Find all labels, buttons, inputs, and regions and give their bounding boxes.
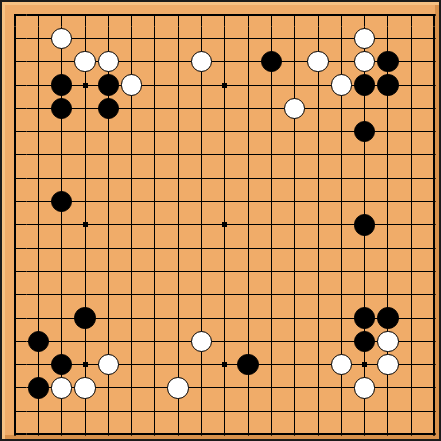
intersection-s19[interactable] — [400, 4, 423, 27]
intersection-r15[interactable] — [376, 97, 399, 120]
intersection-a1[interactable] — [4, 423, 27, 441]
intersection-t10[interactable] — [423, 213, 441, 236]
intersection-a12[interactable] — [4, 167, 27, 190]
intersection-o12[interactable] — [306, 167, 329, 190]
intersection-t2[interactable] — [423, 400, 441, 423]
intersection-o15[interactable] — [306, 97, 329, 120]
intersection-l7[interactable] — [236, 283, 259, 306]
intersection-a13[interactable] — [4, 143, 27, 166]
intersection-p2[interactable] — [330, 400, 353, 423]
intersection-j1[interactable] — [190, 423, 213, 441]
intersection-a3[interactable] — [4, 376, 27, 399]
intersection-r2[interactable] — [376, 400, 399, 423]
intersection-r7[interactable] — [376, 283, 399, 306]
intersection-t4[interactable] — [423, 353, 441, 376]
intersection-f2[interactable] — [120, 400, 143, 423]
intersection-b2[interactable] — [27, 400, 50, 423]
intersection-d9[interactable] — [73, 236, 96, 259]
intersection-r3[interactable] — [376, 376, 399, 399]
intersection-m5[interactable] — [260, 330, 283, 353]
intersection-o17[interactable] — [306, 50, 329, 73]
intersection-q12[interactable] — [353, 167, 376, 190]
intersection-e10[interactable] — [97, 213, 120, 236]
intersection-e17[interactable] — [97, 50, 120, 73]
intersection-s11[interactable] — [400, 190, 423, 213]
intersection-k10[interactable] — [213, 213, 236, 236]
intersection-f10[interactable] — [120, 213, 143, 236]
intersection-o1[interactable] — [306, 423, 329, 441]
intersection-o10[interactable] — [306, 213, 329, 236]
intersection-k17[interactable] — [213, 50, 236, 73]
intersection-t12[interactable] — [423, 167, 441, 190]
intersection-a4[interactable] — [4, 353, 27, 376]
intersection-k5[interactable] — [213, 330, 236, 353]
intersection-g10[interactable] — [143, 213, 166, 236]
intersection-d14[interactable] — [73, 120, 96, 143]
intersection-f13[interactable] — [120, 143, 143, 166]
intersection-j2[interactable] — [190, 400, 213, 423]
intersection-a18[interactable] — [4, 27, 27, 50]
intersection-c8[interactable] — [50, 260, 73, 283]
intersection-s8[interactable] — [400, 260, 423, 283]
intersection-c19[interactable] — [50, 4, 73, 27]
intersection-s16[interactable] — [400, 73, 423, 96]
intersection-h15[interactable] — [167, 97, 190, 120]
intersection-g19[interactable] — [143, 4, 166, 27]
intersection-k6[interactable] — [213, 306, 236, 329]
intersection-t16[interactable] — [423, 73, 441, 96]
intersection-k3[interactable] — [213, 376, 236, 399]
intersection-p16[interactable] — [330, 73, 353, 96]
intersection-c6[interactable] — [50, 306, 73, 329]
intersection-b5[interactable] — [27, 330, 50, 353]
intersection-l11[interactable] — [236, 190, 259, 213]
intersection-j10[interactable] — [190, 213, 213, 236]
intersection-a17[interactable] — [4, 50, 27, 73]
intersection-o16[interactable] — [306, 73, 329, 96]
intersection-k2[interactable] — [213, 400, 236, 423]
intersection-h5[interactable] — [167, 330, 190, 353]
intersection-q17[interactable] — [353, 50, 376, 73]
intersection-b7[interactable] — [27, 283, 50, 306]
intersection-m13[interactable] — [260, 143, 283, 166]
intersection-l9[interactable] — [236, 236, 259, 259]
intersection-e8[interactable] — [97, 260, 120, 283]
intersection-q3[interactable] — [353, 376, 376, 399]
intersection-h1[interactable] — [167, 423, 190, 441]
intersection-e15[interactable] — [97, 97, 120, 120]
intersection-p9[interactable] — [330, 236, 353, 259]
intersection-p17[interactable] — [330, 50, 353, 73]
intersection-k8[interactable] — [213, 260, 236, 283]
intersection-a16[interactable] — [4, 73, 27, 96]
intersection-p13[interactable] — [330, 143, 353, 166]
intersection-b12[interactable] — [27, 167, 50, 190]
intersection-k13[interactable] — [213, 143, 236, 166]
intersection-d7[interactable] — [73, 283, 96, 306]
intersection-m2[interactable] — [260, 400, 283, 423]
intersection-e5[interactable] — [97, 330, 120, 353]
intersection-a10[interactable] — [4, 213, 27, 236]
intersection-d3[interactable] — [73, 376, 96, 399]
intersection-a8[interactable] — [4, 260, 27, 283]
intersection-d13[interactable] — [73, 143, 96, 166]
intersection-e2[interactable] — [97, 400, 120, 423]
intersection-k15[interactable] — [213, 97, 236, 120]
intersection-c10[interactable] — [50, 213, 73, 236]
intersection-b15[interactable] — [27, 97, 50, 120]
intersection-d4[interactable] — [73, 353, 96, 376]
intersection-g16[interactable] — [143, 73, 166, 96]
intersection-s9[interactable] — [400, 236, 423, 259]
intersection-q19[interactable] — [353, 4, 376, 27]
intersection-n11[interactable] — [283, 190, 306, 213]
intersection-l16[interactable] — [236, 73, 259, 96]
intersection-r19[interactable] — [376, 4, 399, 27]
intersection-k12[interactable] — [213, 167, 236, 190]
intersection-j11[interactable] — [190, 190, 213, 213]
intersection-t17[interactable] — [423, 50, 441, 73]
intersection-o3[interactable] — [306, 376, 329, 399]
intersection-q13[interactable] — [353, 143, 376, 166]
intersection-t3[interactable] — [423, 376, 441, 399]
intersection-h18[interactable] — [167, 27, 190, 50]
intersection-p19[interactable] — [330, 4, 353, 27]
intersection-f19[interactable] — [120, 4, 143, 27]
intersection-r8[interactable] — [376, 260, 399, 283]
intersection-b1[interactable] — [27, 423, 50, 441]
intersection-g13[interactable] — [143, 143, 166, 166]
intersection-c4[interactable] — [50, 353, 73, 376]
intersection-f11[interactable] — [120, 190, 143, 213]
intersection-j8[interactable] — [190, 260, 213, 283]
intersection-c13[interactable] — [50, 143, 73, 166]
intersection-k9[interactable] — [213, 236, 236, 259]
intersection-s15[interactable] — [400, 97, 423, 120]
intersection-m8[interactable] — [260, 260, 283, 283]
intersection-m4[interactable] — [260, 353, 283, 376]
intersection-b3[interactable] — [27, 376, 50, 399]
intersection-f18[interactable] — [120, 27, 143, 50]
intersection-m1[interactable] — [260, 423, 283, 441]
intersection-d12[interactable] — [73, 167, 96, 190]
intersection-f8[interactable] — [120, 260, 143, 283]
intersection-r16[interactable] — [376, 73, 399, 96]
intersection-g9[interactable] — [143, 236, 166, 259]
intersection-b10[interactable] — [27, 213, 50, 236]
intersection-n8[interactable] — [283, 260, 306, 283]
intersection-s10[interactable] — [400, 213, 423, 236]
intersection-q11[interactable] — [353, 190, 376, 213]
intersection-n1[interactable] — [283, 423, 306, 441]
intersection-b13[interactable] — [27, 143, 50, 166]
intersection-l5[interactable] — [236, 330, 259, 353]
intersection-k7[interactable] — [213, 283, 236, 306]
intersection-e16[interactable] — [97, 73, 120, 96]
intersection-n15[interactable] — [283, 97, 306, 120]
intersection-j3[interactable] — [190, 376, 213, 399]
intersection-e1[interactable] — [97, 423, 120, 441]
intersection-k1[interactable] — [213, 423, 236, 441]
intersection-r9[interactable] — [376, 236, 399, 259]
intersection-n14[interactable] — [283, 120, 306, 143]
intersection-c2[interactable] — [50, 400, 73, 423]
intersection-d19[interactable] — [73, 4, 96, 27]
intersection-p10[interactable] — [330, 213, 353, 236]
intersection-t13[interactable] — [423, 143, 441, 166]
intersection-f5[interactable] — [120, 330, 143, 353]
intersection-q8[interactable] — [353, 260, 376, 283]
intersection-l18[interactable] — [236, 27, 259, 50]
intersection-s6[interactable] — [400, 306, 423, 329]
intersection-p3[interactable] — [330, 376, 353, 399]
intersection-n6[interactable] — [283, 306, 306, 329]
intersection-t15[interactable] — [423, 97, 441, 120]
intersection-a5[interactable] — [4, 330, 27, 353]
intersection-c18[interactable] — [50, 27, 73, 50]
intersection-n3[interactable] — [283, 376, 306, 399]
intersection-d17[interactable] — [73, 50, 96, 73]
intersection-n18[interactable] — [283, 27, 306, 50]
intersection-n12[interactable] — [283, 167, 306, 190]
intersection-r12[interactable] — [376, 167, 399, 190]
intersection-m12[interactable] — [260, 167, 283, 190]
intersection-s2[interactable] — [400, 400, 423, 423]
intersection-j9[interactable] — [190, 236, 213, 259]
intersection-l12[interactable] — [236, 167, 259, 190]
intersection-p4[interactable] — [330, 353, 353, 376]
intersection-t11[interactable] — [423, 190, 441, 213]
intersection-h14[interactable] — [167, 120, 190, 143]
intersection-q14[interactable] — [353, 120, 376, 143]
intersection-c16[interactable] — [50, 73, 73, 96]
intersection-p5[interactable] — [330, 330, 353, 353]
intersection-o6[interactable] — [306, 306, 329, 329]
intersection-j4[interactable] — [190, 353, 213, 376]
intersection-h13[interactable] — [167, 143, 190, 166]
intersection-m7[interactable] — [260, 283, 283, 306]
intersection-s13[interactable] — [400, 143, 423, 166]
intersection-a14[interactable] — [4, 120, 27, 143]
intersection-q9[interactable] — [353, 236, 376, 259]
intersection-g1[interactable] — [143, 423, 166, 441]
intersection-k18[interactable] — [213, 27, 236, 50]
intersection-b19[interactable] — [27, 4, 50, 27]
intersection-q15[interactable] — [353, 97, 376, 120]
intersection-l19[interactable] — [236, 4, 259, 27]
intersection-l6[interactable] — [236, 306, 259, 329]
intersection-m10[interactable] — [260, 213, 283, 236]
intersection-q1[interactable] — [353, 423, 376, 441]
intersection-r18[interactable] — [376, 27, 399, 50]
intersection-o9[interactable] — [306, 236, 329, 259]
intersection-j15[interactable] — [190, 97, 213, 120]
intersection-p18[interactable] — [330, 27, 353, 50]
intersection-g18[interactable] — [143, 27, 166, 50]
intersection-r4[interactable] — [376, 353, 399, 376]
intersection-d2[interactable] — [73, 400, 96, 423]
intersection-g8[interactable] — [143, 260, 166, 283]
intersection-n7[interactable] — [283, 283, 306, 306]
intersection-e3[interactable] — [97, 376, 120, 399]
intersection-q7[interactable] — [353, 283, 376, 306]
intersection-c9[interactable] — [50, 236, 73, 259]
intersection-t5[interactable] — [423, 330, 441, 353]
intersection-t6[interactable] — [423, 306, 441, 329]
intersection-t18[interactable] — [423, 27, 441, 50]
intersection-m11[interactable] — [260, 190, 283, 213]
intersection-g3[interactable] — [143, 376, 166, 399]
intersection-r17[interactable] — [376, 50, 399, 73]
intersection-m19[interactable] — [260, 4, 283, 27]
intersection-a7[interactable] — [4, 283, 27, 306]
intersection-d11[interactable] — [73, 190, 96, 213]
intersection-n9[interactable] — [283, 236, 306, 259]
intersection-f12[interactable] — [120, 167, 143, 190]
intersection-e18[interactable] — [97, 27, 120, 50]
intersection-m15[interactable] — [260, 97, 283, 120]
intersection-b16[interactable] — [27, 73, 50, 96]
intersection-d16[interactable] — [73, 73, 96, 96]
intersection-t1[interactable] — [423, 423, 441, 441]
intersection-h8[interactable] — [167, 260, 190, 283]
intersection-c15[interactable] — [50, 97, 73, 120]
intersection-o19[interactable] — [306, 4, 329, 27]
intersection-r10[interactable] — [376, 213, 399, 236]
intersection-j18[interactable] — [190, 27, 213, 50]
intersection-p11[interactable] — [330, 190, 353, 213]
intersection-e6[interactable] — [97, 306, 120, 329]
intersection-g11[interactable] — [143, 190, 166, 213]
intersection-h11[interactable] — [167, 190, 190, 213]
intersection-o13[interactable] — [306, 143, 329, 166]
intersection-b9[interactable] — [27, 236, 50, 259]
intersection-q4[interactable] — [353, 353, 376, 376]
intersection-h3[interactable] — [167, 376, 190, 399]
intersection-t7[interactable] — [423, 283, 441, 306]
intersection-n5[interactable] — [283, 330, 306, 353]
intersection-q10[interactable] — [353, 213, 376, 236]
intersection-t14[interactable] — [423, 120, 441, 143]
intersection-m18[interactable] — [260, 27, 283, 50]
intersection-f15[interactable] — [120, 97, 143, 120]
intersection-o14[interactable] — [306, 120, 329, 143]
intersection-m6[interactable] — [260, 306, 283, 329]
intersection-m14[interactable] — [260, 120, 283, 143]
intersection-j16[interactable] — [190, 73, 213, 96]
intersection-a9[interactable] — [4, 236, 27, 259]
intersection-f4[interactable] — [120, 353, 143, 376]
intersection-f14[interactable] — [120, 120, 143, 143]
intersection-b14[interactable] — [27, 120, 50, 143]
intersection-m17[interactable] — [260, 50, 283, 73]
intersection-n17[interactable] — [283, 50, 306, 73]
intersection-f7[interactable] — [120, 283, 143, 306]
intersection-l8[interactable] — [236, 260, 259, 283]
intersection-k4[interactable] — [213, 353, 236, 376]
intersection-m9[interactable] — [260, 236, 283, 259]
intersection-r6[interactable] — [376, 306, 399, 329]
intersection-j5[interactable] — [190, 330, 213, 353]
intersection-b8[interactable] — [27, 260, 50, 283]
intersection-g4[interactable] — [143, 353, 166, 376]
intersection-o18[interactable] — [306, 27, 329, 50]
intersection-f17[interactable] — [120, 50, 143, 73]
intersection-b4[interactable] — [27, 353, 50, 376]
intersection-n13[interactable] — [283, 143, 306, 166]
intersection-c3[interactable] — [50, 376, 73, 399]
intersection-s14[interactable] — [400, 120, 423, 143]
intersection-o2[interactable] — [306, 400, 329, 423]
intersection-h17[interactable] — [167, 50, 190, 73]
intersection-g7[interactable] — [143, 283, 166, 306]
intersection-h6[interactable] — [167, 306, 190, 329]
intersection-p14[interactable] — [330, 120, 353, 143]
intersection-j12[interactable] — [190, 167, 213, 190]
intersection-j14[interactable] — [190, 120, 213, 143]
intersection-c11[interactable] — [50, 190, 73, 213]
intersection-f9[interactable] — [120, 236, 143, 259]
intersection-s7[interactable] — [400, 283, 423, 306]
intersection-l17[interactable] — [236, 50, 259, 73]
intersection-k16[interactable] — [213, 73, 236, 96]
intersection-l13[interactable] — [236, 143, 259, 166]
intersection-t8[interactable] — [423, 260, 441, 283]
intersection-b17[interactable] — [27, 50, 50, 73]
intersection-q18[interactable] — [353, 27, 376, 50]
intersection-d8[interactable] — [73, 260, 96, 283]
intersection-j6[interactable] — [190, 306, 213, 329]
intersection-l14[interactable] — [236, 120, 259, 143]
intersection-r11[interactable] — [376, 190, 399, 213]
intersection-f1[interactable] — [120, 423, 143, 441]
intersection-s12[interactable] — [400, 167, 423, 190]
intersection-e13[interactable] — [97, 143, 120, 166]
intersection-e19[interactable] — [97, 4, 120, 27]
intersection-l3[interactable] — [236, 376, 259, 399]
intersection-g17[interactable] — [143, 50, 166, 73]
intersection-r1[interactable] — [376, 423, 399, 441]
intersection-o5[interactable] — [306, 330, 329, 353]
intersection-n19[interactable] — [283, 4, 306, 27]
intersection-h7[interactable] — [167, 283, 190, 306]
intersection-j13[interactable] — [190, 143, 213, 166]
intersection-l15[interactable] — [236, 97, 259, 120]
intersection-j19[interactable] — [190, 4, 213, 27]
intersection-p1[interactable] — [330, 423, 353, 441]
intersection-e9[interactable] — [97, 236, 120, 259]
intersection-c12[interactable] — [50, 167, 73, 190]
intersection-g15[interactable] — [143, 97, 166, 120]
intersection-s1[interactable] — [400, 423, 423, 441]
intersection-e4[interactable] — [97, 353, 120, 376]
intersection-b11[interactable] — [27, 190, 50, 213]
intersection-o8[interactable] — [306, 260, 329, 283]
intersection-h12[interactable] — [167, 167, 190, 190]
intersection-e7[interactable] — [97, 283, 120, 306]
intersection-b18[interactable] — [27, 27, 50, 50]
intersection-a19[interactable] — [4, 4, 27, 27]
intersection-q5[interactable] — [353, 330, 376, 353]
intersection-h19[interactable] — [167, 4, 190, 27]
intersection-r13[interactable] — [376, 143, 399, 166]
intersection-a15[interactable] — [4, 97, 27, 120]
intersection-g14[interactable] — [143, 120, 166, 143]
intersection-n16[interactable] — [283, 73, 306, 96]
intersection-f16[interactable] — [120, 73, 143, 96]
intersection-f3[interactable] — [120, 376, 143, 399]
intersection-h9[interactable] — [167, 236, 190, 259]
